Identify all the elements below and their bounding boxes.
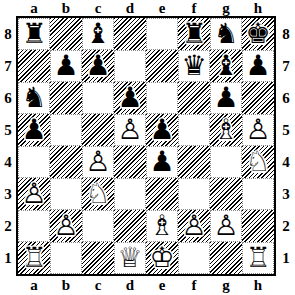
square-a4[interactable] xyxy=(18,146,50,178)
square-h2[interactable] xyxy=(242,210,274,242)
square-g1[interactable] xyxy=(210,242,242,274)
file-label-bottom-d: d xyxy=(114,277,146,294)
square-f8[interactable]: ♜ xyxy=(178,18,210,50)
rank-label-left-2: 2 xyxy=(0,210,16,242)
rank-label-right-5: 5 xyxy=(277,114,295,146)
square-d2[interactable] xyxy=(114,210,146,242)
square-c5[interactable] xyxy=(82,114,114,146)
black-pawn-icon: ♟ xyxy=(82,50,114,82)
file-label-top-a: a xyxy=(18,0,50,17)
square-g7[interactable]: ♝ xyxy=(210,50,242,82)
white-king-outline-icon: ♔ xyxy=(146,242,178,274)
file-labels-bottom: abcdefgh xyxy=(18,277,274,294)
black-pawn-icon: ♟ xyxy=(242,50,274,82)
white-knight-icon: ♞ xyxy=(82,178,114,210)
square-h5[interactable]: ♟♙ xyxy=(242,114,274,146)
file-label-bottom-a: a xyxy=(18,277,50,294)
white-pawn-icon: ♟ xyxy=(82,146,114,178)
file-labels-top: abcdefgh xyxy=(18,0,274,17)
file-label-top-d: d xyxy=(114,0,146,17)
square-h3[interactable] xyxy=(242,178,274,210)
white-pawn-outline-icon: ♙ xyxy=(210,210,242,242)
white-knight-outline-icon: ♘ xyxy=(82,178,114,210)
black-pawn-icon: ♟ xyxy=(210,82,242,114)
file-label-top-g: g xyxy=(210,0,242,17)
square-f2[interactable]: ♟♙ xyxy=(178,210,210,242)
square-f1[interactable] xyxy=(178,242,210,274)
white-pawn-outline-icon: ♙ xyxy=(50,210,82,242)
black-pawn-icon: ♟ xyxy=(146,146,178,178)
square-g2[interactable]: ♟♙ xyxy=(210,210,242,242)
black-pawn-icon: ♟ xyxy=(146,114,178,146)
square-d4[interactable] xyxy=(114,146,146,178)
file-label-bottom-f: f xyxy=(178,277,210,294)
white-pawn-outline-icon: ♙ xyxy=(178,210,210,242)
square-c8[interactable]: ♝ xyxy=(82,18,114,50)
square-h8[interactable]: ♚ xyxy=(242,18,274,50)
rank-label-right-6: 6 xyxy=(277,82,295,114)
square-g5[interactable]: ♝♗ xyxy=(210,114,242,146)
square-h1[interactable]: ♜♖ xyxy=(242,242,274,274)
square-e8[interactable] xyxy=(146,18,178,50)
square-e3[interactable] xyxy=(146,178,178,210)
square-e6[interactable] xyxy=(146,82,178,114)
square-f3[interactable] xyxy=(178,178,210,210)
square-a3[interactable]: ♟♙ xyxy=(18,178,50,210)
square-c1[interactable] xyxy=(82,242,114,274)
file-label-top-h: h xyxy=(242,0,274,17)
square-b3[interactable] xyxy=(50,178,82,210)
square-h7[interactable]: ♟ xyxy=(242,50,274,82)
square-e4[interactable]: ♟ xyxy=(146,146,178,178)
white-rook-outline-icon: ♖ xyxy=(18,242,50,274)
rank-label-left-6: 6 xyxy=(0,82,16,114)
white-rook-icon: ♜ xyxy=(18,242,50,274)
white-knight-icon: ♞ xyxy=(242,146,274,178)
white-bishop-icon: ♝ xyxy=(146,210,178,242)
square-b8[interactable] xyxy=(50,18,82,50)
square-d5[interactable]: ♟♙ xyxy=(114,114,146,146)
file-label-bottom-h: h xyxy=(242,277,274,294)
black-rook-icon: ♜ xyxy=(18,18,50,50)
square-h4[interactable]: ♞♘ xyxy=(242,146,274,178)
square-e7[interactable] xyxy=(146,50,178,82)
square-b7[interactable]: ♟ xyxy=(50,50,82,82)
white-queen-icon: ♛ xyxy=(114,242,146,274)
rank-label-right-4: 4 xyxy=(277,146,295,178)
rank-label-left-7: 7 xyxy=(0,50,16,82)
white-rook-icon: ♜ xyxy=(242,242,274,274)
square-f4[interactable] xyxy=(178,146,210,178)
rank-label-right-2: 2 xyxy=(277,210,295,242)
chessboard: ♜♝♜♞♚♟♟♛♝♟♞♟♟♟♟♙♟♝♗♟♙♟♙♟♞♘♟♙♞♘♟♙♝♗♟♙♟♙♜♖… xyxy=(16,16,276,276)
rank-labels-right: 87654321 xyxy=(277,18,295,274)
file-label-top-c: c xyxy=(82,0,114,17)
square-g3[interactable] xyxy=(210,178,242,210)
square-f6[interactable] xyxy=(178,82,210,114)
black-pawn-icon: ♟ xyxy=(114,82,146,114)
rank-label-left-1: 1 xyxy=(0,242,16,274)
white-rook-outline-icon: ♖ xyxy=(242,242,274,274)
square-c6[interactable] xyxy=(82,82,114,114)
square-a7[interactable] xyxy=(18,50,50,82)
white-bishop-outline-icon: ♗ xyxy=(146,210,178,242)
square-d8[interactable] xyxy=(114,18,146,50)
black-pawn-icon: ♟ xyxy=(18,114,50,146)
square-h6[interactable] xyxy=(242,82,274,114)
square-g8[interactable]: ♞ xyxy=(210,18,242,50)
file-label-top-b: b xyxy=(50,0,82,17)
square-d1[interactable]: ♛♕ xyxy=(114,242,146,274)
white-pawn-icon: ♟ xyxy=(242,114,274,146)
black-rook-icon: ♜ xyxy=(178,18,210,50)
rank-label-right-3: 3 xyxy=(277,178,295,210)
square-e2[interactable]: ♝♗ xyxy=(146,210,178,242)
square-d7[interactable] xyxy=(114,50,146,82)
square-b5[interactable] xyxy=(50,114,82,146)
square-g4[interactable] xyxy=(210,146,242,178)
white-pawn-icon: ♟ xyxy=(18,178,50,210)
file-label-bottom-g: g xyxy=(210,277,242,294)
white-pawn-outline-icon: ♙ xyxy=(114,114,146,146)
white-queen-outline-icon: ♕ xyxy=(114,242,146,274)
square-c7[interactable]: ♟ xyxy=(82,50,114,82)
black-knight-icon: ♞ xyxy=(18,82,50,114)
square-a5[interactable]: ♟ xyxy=(18,114,50,146)
white-bishop-icon: ♝ xyxy=(210,114,242,146)
square-b6[interactable] xyxy=(50,82,82,114)
white-pawn-icon: ♟ xyxy=(114,114,146,146)
black-pawn-icon: ♟ xyxy=(50,50,82,82)
rank-label-right-7: 7 xyxy=(277,50,295,82)
white-bishop-outline-icon: ♗ xyxy=(210,114,242,146)
square-a8[interactable]: ♜ xyxy=(18,18,50,50)
file-label-top-f: f xyxy=(178,0,210,17)
white-pawn-icon: ♟ xyxy=(178,210,210,242)
square-e5[interactable]: ♟ xyxy=(146,114,178,146)
square-f7[interactable]: ♛ xyxy=(178,50,210,82)
square-a1[interactable]: ♜♖ xyxy=(18,242,50,274)
square-d6[interactable]: ♟ xyxy=(114,82,146,114)
rank-label-right-8: 8 xyxy=(277,18,295,50)
white-pawn-icon: ♟ xyxy=(50,210,82,242)
chess-diagram: abcdefgh 87654321 ♜♝♜♞♚♟♟♛♝♟♞♟♟♟♟♙♟♝♗♟♙♟… xyxy=(0,0,295,295)
rank-label-left-5: 5 xyxy=(0,114,16,146)
file-label-top-e: e xyxy=(146,0,178,17)
square-d3[interactable] xyxy=(114,178,146,210)
black-bishop-icon: ♝ xyxy=(210,50,242,82)
white-king-icon: ♚ xyxy=(146,242,178,274)
black-king-icon: ♚ xyxy=(242,18,274,50)
rank-label-left-4: 4 xyxy=(0,146,16,178)
black-bishop-icon: ♝ xyxy=(82,18,114,50)
white-pawn-outline-icon: ♙ xyxy=(242,114,274,146)
white-pawn-outline-icon: ♙ xyxy=(82,146,114,178)
white-pawn-outline-icon: ♙ xyxy=(18,178,50,210)
black-queen-icon: ♛ xyxy=(178,50,210,82)
square-b4[interactable] xyxy=(50,146,82,178)
black-knight-icon: ♞ xyxy=(210,18,242,50)
square-a6[interactable]: ♞ xyxy=(18,82,50,114)
square-b1[interactable] xyxy=(50,242,82,274)
square-g6[interactable]: ♟ xyxy=(210,82,242,114)
file-label-bottom-c: c xyxy=(82,277,114,294)
square-e1[interactable]: ♚♔ xyxy=(146,242,178,274)
white-knight-outline-icon: ♘ xyxy=(242,146,274,178)
square-c4[interactable]: ♟♙ xyxy=(82,146,114,178)
rank-label-left-8: 8 xyxy=(0,18,16,50)
rank-label-left-3: 3 xyxy=(0,178,16,210)
file-label-bottom-e: e xyxy=(146,277,178,294)
square-f5[interactable] xyxy=(178,114,210,146)
square-b2[interactable]: ♟♙ xyxy=(50,210,82,242)
file-label-bottom-b: b xyxy=(50,277,82,294)
white-pawn-icon: ♟ xyxy=(210,210,242,242)
square-a2[interactable] xyxy=(18,210,50,242)
rank-label-right-1: 1 xyxy=(277,242,295,274)
square-c2[interactable] xyxy=(82,210,114,242)
square-c3[interactable]: ♞♘ xyxy=(82,178,114,210)
rank-labels-left: 87654321 xyxy=(0,18,16,274)
